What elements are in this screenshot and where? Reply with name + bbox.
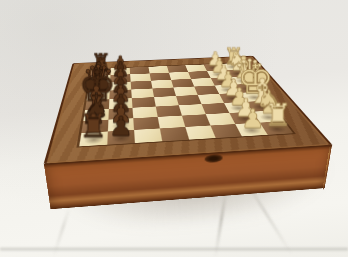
board-square[interactable] (182, 114, 211, 127)
board-square[interactable] (179, 104, 206, 115)
board-square[interactable] (176, 95, 202, 105)
board-square[interactable] (185, 125, 215, 139)
piece-wP[interactable]: ♟ (217, 106, 288, 132)
board-square[interactable] (156, 105, 182, 117)
photo-scene: ♜♟♟♜♞♟♟♞♝♟♟♝♛♟♟♛♚♟♟♚♝♟♟♝♞♟♟♞♜♟♟♜ (0, 0, 348, 257)
finger-notch[interactable] (204, 154, 222, 163)
board-square[interactable] (154, 96, 179, 107)
board-square[interactable] (160, 127, 189, 141)
tablecloth-edge (0, 247, 348, 251)
board-square[interactable] (158, 116, 186, 129)
piece-bR[interactable]: ♜ (57, 110, 131, 142)
